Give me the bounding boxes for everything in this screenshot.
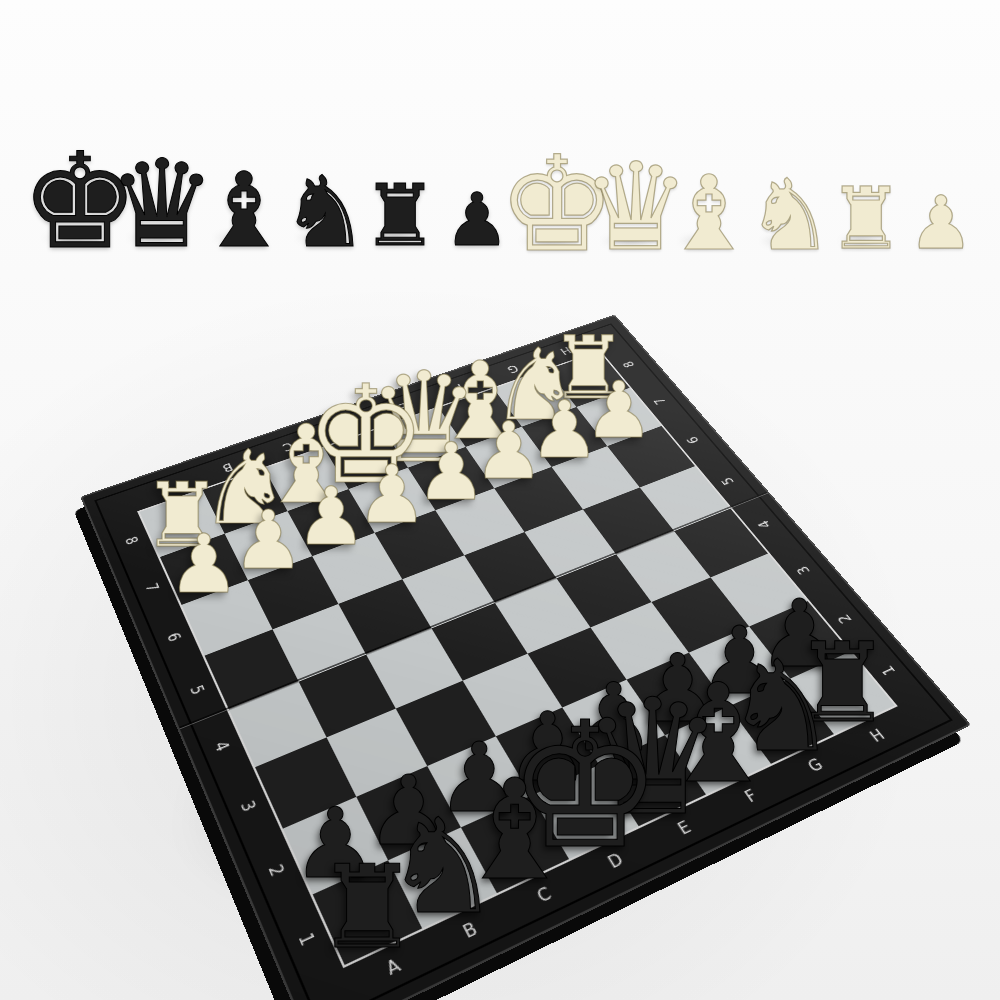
rank-label-left-3: 3	[203, 775, 291, 839]
rank-label-left-6: 6	[133, 611, 213, 663]
rank-label-left-1: 1	[259, 904, 354, 977]
rank-label-right-8: 8	[596, 346, 663, 383]
product-photo-background: ♚♛♝♞♜♟ ♚♛♝♞♜♟ AABBCCDDEEFFGGHH1122334455…	[0, 0, 1000, 1000]
rank-label-left-8: 8	[93, 518, 169, 565]
board-scene: AABBCCDDEEFFGGHH1122334455667788 ♜♞♟♝♟♛♟…	[0, 0, 1000, 1000]
rank-label-left-4: 4	[178, 717, 264, 776]
rank-label-left-7: 7	[113, 563, 191, 612]
rank-label-left-2: 2	[230, 837, 321, 905]
